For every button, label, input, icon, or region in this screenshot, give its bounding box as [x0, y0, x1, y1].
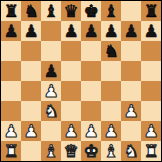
piece-black-pawn[interactable]: ♟ [143, 21, 158, 41]
piece-white-pawn[interactable]: ♟ [23, 121, 38, 141]
square-e8[interactable]: ♚ [81, 1, 101, 21]
square-d1[interactable]: ♛ [61, 141, 81, 161]
piece-white-pawn[interactable]: ♟ [3, 121, 18, 141]
square-h6[interactable] [141, 41, 161, 61]
piece-white-pawn[interactable]: ♟ [83, 121, 98, 141]
piece-black-king[interactable]: ♚ [83, 1, 98, 21]
square-f3[interactable] [101, 101, 121, 121]
square-c4[interactable]: ♟ [41, 81, 61, 101]
piece-black-pawn[interactable]: ♟ [43, 61, 58, 81]
piece-white-pawn[interactable]: ♟ [63, 121, 78, 141]
square-d8[interactable]: ♛ [61, 1, 81, 21]
piece-black-bishop[interactable]: ♝ [43, 1, 58, 21]
square-a3[interactable] [1, 101, 21, 121]
square-a4[interactable] [1, 81, 21, 101]
square-f4[interactable] [101, 81, 121, 101]
square-b4[interactable] [21, 81, 41, 101]
square-g8[interactable] [121, 1, 141, 21]
square-f1[interactable]: ♝ [101, 141, 121, 161]
piece-white-pawn[interactable]: ♟ [143, 121, 158, 141]
square-g7[interactable]: ♟ [121, 21, 141, 41]
square-g4[interactable] [121, 81, 141, 101]
square-f5[interactable] [101, 61, 121, 81]
square-a5[interactable] [1, 61, 21, 81]
square-h2[interactable]: ♟ [141, 121, 161, 141]
square-e5[interactable] [81, 61, 101, 81]
square-e6[interactable] [81, 41, 101, 61]
square-g3[interactable]: ♟ [121, 101, 141, 121]
square-e4[interactable] [81, 81, 101, 101]
square-g2[interactable] [121, 121, 141, 141]
square-g6[interactable] [121, 41, 141, 61]
piece-black-rook[interactable]: ♜ [143, 1, 158, 21]
square-d2[interactable]: ♟ [61, 121, 81, 141]
piece-white-rook[interactable]: ♜ [143, 141, 158, 161]
square-a2[interactable]: ♟ [1, 121, 21, 141]
piece-white-queen[interactable]: ♛ [63, 141, 78, 161]
piece-white-bishop[interactable]: ♝ [43, 141, 58, 161]
square-h3[interactable] [141, 101, 161, 121]
piece-black-pawn[interactable]: ♟ [103, 21, 118, 41]
piece-white-pawn[interactable]: ♟ [123, 101, 138, 121]
square-d5[interactable] [61, 61, 81, 81]
piece-white-knight[interactable]: ♞ [43, 101, 58, 121]
piece-black-bishop[interactable]: ♝ [103, 1, 118, 21]
square-c1[interactable]: ♝ [41, 141, 61, 161]
square-d3[interactable] [61, 101, 81, 121]
square-e2[interactable]: ♟ [81, 121, 101, 141]
square-f7[interactable]: ♟ [101, 21, 121, 41]
square-c7[interactable] [41, 21, 61, 41]
piece-black-pawn[interactable]: ♟ [63, 21, 78, 41]
square-c5[interactable]: ♟ [41, 61, 61, 81]
chess-board: ♜♞♝♛♚♝♜♟♟♟♟♟♟♟♞♟♟♞♟♟♟♟♟♟♟♜♝♛♚♝♞♜ [0, 0, 162, 162]
square-f8[interactable]: ♝ [101, 1, 121, 21]
piece-black-knight[interactable]: ♞ [103, 41, 118, 61]
square-c6[interactable] [41, 41, 61, 61]
piece-white-pawn[interactable]: ♟ [43, 81, 58, 101]
square-g1[interactable]: ♞ [121, 141, 141, 161]
square-f6[interactable]: ♞ [101, 41, 121, 61]
square-a8[interactable]: ♜ [1, 1, 21, 21]
square-h8[interactable]: ♜ [141, 1, 161, 21]
square-e7[interactable]: ♟ [81, 21, 101, 41]
square-h5[interactable] [141, 61, 161, 81]
square-b8[interactable]: ♞ [21, 1, 41, 21]
piece-black-pawn[interactable]: ♟ [23, 21, 38, 41]
piece-black-queen[interactable]: ♛ [63, 1, 78, 21]
square-f2[interactable]: ♟ [101, 121, 121, 141]
square-g5[interactable] [121, 61, 141, 81]
piece-white-bishop[interactable]: ♝ [103, 141, 118, 161]
square-a1[interactable]: ♜ [1, 141, 21, 161]
piece-white-rook[interactable]: ♜ [3, 141, 18, 161]
piece-white-king[interactable]: ♚ [83, 141, 98, 161]
square-b3[interactable] [21, 101, 41, 121]
square-b1[interactable] [21, 141, 41, 161]
piece-black-pawn[interactable]: ♟ [123, 21, 138, 41]
square-e3[interactable] [81, 101, 101, 121]
piece-black-pawn[interactable]: ♟ [83, 21, 98, 41]
square-d7[interactable]: ♟ [61, 21, 81, 41]
square-a6[interactable] [1, 41, 21, 61]
square-h1[interactable]: ♜ [141, 141, 161, 161]
square-d4[interactable] [61, 81, 81, 101]
square-c8[interactable]: ♝ [41, 1, 61, 21]
square-h4[interactable] [141, 81, 161, 101]
square-e1[interactable]: ♚ [81, 141, 101, 161]
square-b2[interactable]: ♟ [21, 121, 41, 141]
square-d6[interactable] [61, 41, 81, 61]
square-b7[interactable]: ♟ [21, 21, 41, 41]
square-c3[interactable]: ♞ [41, 101, 61, 121]
square-h7[interactable]: ♟ [141, 21, 161, 41]
piece-black-knight[interactable]: ♞ [23, 1, 38, 21]
square-c2[interactable] [41, 121, 61, 141]
square-b6[interactable] [21, 41, 41, 61]
piece-black-pawn[interactable]: ♟ [3, 21, 18, 41]
piece-white-pawn[interactable]: ♟ [103, 121, 118, 141]
piece-white-knight[interactable]: ♞ [123, 141, 138, 161]
piece-black-rook[interactable]: ♜ [3, 1, 18, 21]
square-a7[interactable]: ♟ [1, 21, 21, 41]
square-b5[interactable] [21, 61, 41, 81]
